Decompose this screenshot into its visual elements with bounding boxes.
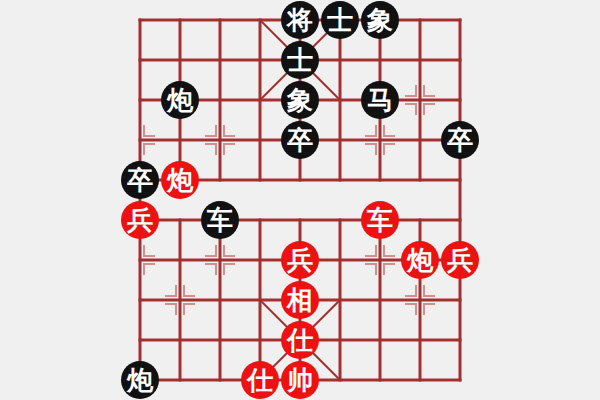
board-point-c4r5[interactable] (280, 200, 320, 240)
board-point-c4r7[interactable]: 相 (280, 280, 320, 320)
piece-red-cannon[interactable]: 炮 (161, 161, 199, 199)
board-point-c8r6[interactable]: 兵 (440, 240, 480, 280)
board-point-c4r9[interactable]: 帅 (280, 360, 320, 400)
board-point-c8r3[interactable]: 卒 (440, 120, 480, 160)
board-point-c8r1[interactable] (440, 40, 480, 80)
piece-red-chariot[interactable]: 车 (361, 201, 399, 239)
board-point-c6r9[interactable] (360, 360, 400, 400)
piece-red-advisor[interactable]: 仕 (241, 361, 279, 399)
board-point-c2r2[interactable] (200, 80, 240, 120)
board-point-c6r8[interactable] (360, 320, 400, 360)
piece-black-cannon[interactable]: 炮 (121, 361, 159, 399)
board-point-c3r1[interactable] (240, 40, 280, 80)
board-point-c7r0[interactable] (400, 0, 440, 40)
board-point-c0r8[interactable] (120, 320, 160, 360)
board-point-c3r0[interactable] (240, 0, 280, 40)
board-point-c3r4[interactable] (240, 160, 280, 200)
board-point-c4r4[interactable] (280, 160, 320, 200)
board-point-c1r1[interactable] (160, 40, 200, 80)
board-point-c3r9[interactable]: 仕 (240, 360, 280, 400)
board-point-c4r3[interactable]: 卒 (280, 120, 320, 160)
board-point-c6r2[interactable]: 马 (360, 80, 400, 120)
board-point-c5r0[interactable]: 士 (320, 0, 360, 40)
piece-black-soldier[interactable]: 卒 (281, 121, 319, 159)
xiangqi-app: 将士象士炮象马卒卒卒炮兵车车兵炮兵相仕炮仕帅 (0, 0, 600, 400)
board-point-c8r9[interactable] (440, 360, 480, 400)
board-point-c2r5[interactable]: 车 (200, 200, 240, 240)
board-point-c0r6[interactable] (120, 240, 160, 280)
piece-red-elephant[interactable]: 相 (281, 281, 319, 319)
xiangqi-board: 将士象士炮象马卒卒卒炮兵车车兵炮兵相仕炮仕帅 (120, 0, 480, 400)
board-point-c7r2[interactable] (400, 80, 440, 120)
piece-black-horse[interactable]: 马 (361, 81, 399, 119)
board-point-c3r2[interactable] (240, 80, 280, 120)
board-point-c6r5[interactable]: 车 (360, 200, 400, 240)
board-point-c1r9[interactable] (160, 360, 200, 400)
piece-black-soldier[interactable]: 卒 (441, 121, 479, 159)
board-point-c6r1[interactable] (360, 40, 400, 80)
board-point-c8r4[interactable] (440, 160, 480, 200)
board-point-c2r7[interactable] (200, 280, 240, 320)
board-point-c7r7[interactable] (400, 280, 440, 320)
board-point-c6r3[interactable] (360, 120, 400, 160)
board-point-c4r2[interactable]: 象 (280, 80, 320, 120)
board-point-c1r2[interactable]: 炮 (160, 80, 200, 120)
board-point-c8r0[interactable] (440, 0, 480, 40)
board-point-c7r8[interactable] (400, 320, 440, 360)
board-point-c7r3[interactable] (400, 120, 440, 160)
board-point-c5r7[interactable] (320, 280, 360, 320)
board-point-c0r7[interactable] (120, 280, 160, 320)
board-point-c6r4[interactable] (360, 160, 400, 200)
board-point-c7r5[interactable] (400, 200, 440, 240)
piece-black-chariot[interactable]: 车 (201, 201, 239, 239)
board-point-c2r8[interactable] (200, 320, 240, 360)
board-point-c7r4[interactable] (400, 160, 440, 200)
board-point-c1r8[interactable] (160, 320, 200, 360)
board-point-c5r4[interactable] (320, 160, 360, 200)
board-point-c0r5[interactable]: 兵 (120, 200, 160, 240)
board-point-c3r5[interactable] (240, 200, 280, 240)
piece-red-soldier[interactable]: 兵 (121, 201, 159, 239)
piece-red-cannon[interactable]: 炮 (401, 241, 439, 279)
board-point-c6r0[interactable]: 象 (360, 0, 400, 40)
board-point-c2r4[interactable] (200, 160, 240, 200)
board-point-c8r2[interactable] (440, 80, 480, 120)
board-point-c0r1[interactable] (120, 40, 160, 80)
board-point-c0r9[interactable]: 炮 (120, 360, 160, 400)
board-point-c3r6[interactable] (240, 240, 280, 280)
board-point-c3r8[interactable] (240, 320, 280, 360)
piece-red-general[interactable]: 帅 (281, 361, 319, 399)
board-point-c0r4[interactable]: 卒 (120, 160, 160, 200)
board-point-c5r9[interactable] (320, 360, 360, 400)
board-point-c2r6[interactable] (200, 240, 240, 280)
board-point-c8r8[interactable] (440, 320, 480, 360)
board-point-c5r1[interactable] (320, 40, 360, 80)
board-point-c1r7[interactable] (160, 280, 200, 320)
board-point-c5r6[interactable] (320, 240, 360, 280)
board-point-c2r0[interactable] (200, 0, 240, 40)
board-point-c1r3[interactable] (160, 120, 200, 160)
board-point-c2r1[interactable] (200, 40, 240, 80)
board-point-c1r0[interactable] (160, 0, 200, 40)
board-point-c3r3[interactable] (240, 120, 280, 160)
board-point-c2r3[interactable] (200, 120, 240, 160)
board-point-c1r6[interactable] (160, 240, 200, 280)
board-point-c8r5[interactable] (440, 200, 480, 240)
board-point-c6r6[interactable] (360, 240, 400, 280)
piece-black-elephant[interactable]: 象 (361, 1, 399, 39)
board-point-c4r6[interactable]: 兵 (280, 240, 320, 280)
piece-black-cannon[interactable]: 炮 (161, 81, 199, 119)
board-point-c2r9[interactable] (200, 360, 240, 400)
piece-black-general[interactable]: 将 (281, 1, 319, 39)
board-point-c3r7[interactable] (240, 280, 280, 320)
piece-red-soldier[interactable]: 兵 (441, 241, 479, 279)
piece-black-soldier[interactable]: 卒 (121, 161, 159, 199)
board-point-c7r9[interactable] (400, 360, 440, 400)
piece-red-advisor[interactable]: 仕 (281, 321, 319, 359)
board-point-c7r1[interactable] (400, 40, 440, 80)
board-point-c5r5[interactable] (320, 200, 360, 240)
board-point-c5r3[interactable] (320, 120, 360, 160)
board-point-c8r7[interactable] (440, 280, 480, 320)
board-point-c1r4[interactable]: 炮 (160, 160, 200, 200)
board-point-c4r8[interactable]: 仕 (280, 320, 320, 360)
board-point-c0r0[interactable] (120, 0, 160, 40)
board-point-c7r6[interactable]: 炮 (400, 240, 440, 280)
piece-black-advisor[interactable]: 士 (321, 1, 359, 39)
board-point-c5r8[interactable] (320, 320, 360, 360)
board-point-c4r1[interactable]: 士 (280, 40, 320, 80)
board-point-c4r0[interactable]: 将 (280, 0, 320, 40)
board-point-c6r7[interactable] (360, 280, 400, 320)
board-point-c0r3[interactable] (120, 120, 160, 160)
piece-black-elephant[interactable]: 象 (281, 81, 319, 119)
board-point-c5r2[interactable] (320, 80, 360, 120)
piece-red-soldier[interactable]: 兵 (281, 241, 319, 279)
board-point-c0r2[interactable] (120, 80, 160, 120)
piece-black-advisor[interactable]: 士 (281, 41, 319, 79)
board-point-c1r5[interactable] (160, 200, 200, 240)
